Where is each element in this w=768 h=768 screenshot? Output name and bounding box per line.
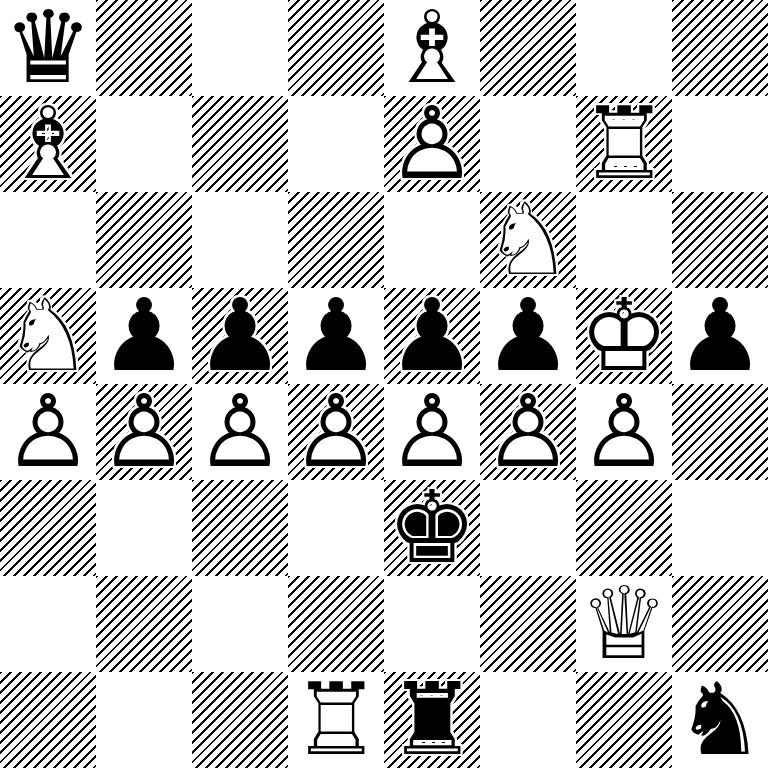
board-wrapper: ♛♛♝♗♝♗♟♙♜♖♞♘♞♘♟♟♟♟♟♟♟♟♟♟♚♔♟♟♟♙♟♙♟♙♟♙♟♙♟♙… (0, 0, 768, 768)
square-a3[interactable] (0, 480, 96, 576)
white-pawn-piece: ♙ (192, 384, 288, 480)
square-d6[interactable] (288, 192, 384, 288)
white-bishop-piece: ♗ (384, 0, 480, 96)
square-g6[interactable] (576, 192, 672, 288)
square-e3[interactable]: ♚♚ (384, 480, 480, 576)
square-b2[interactable] (96, 576, 192, 672)
square-h1[interactable]: ♞♞ (672, 672, 768, 768)
black-rook-piece: ♜ (384, 672, 480, 768)
white-pawn-backing: ♟ (384, 384, 480, 480)
white-pawn-backing: ♟ (480, 384, 576, 480)
white-pawn-backing: ♟ (384, 96, 480, 192)
black-pawn-piece: ♟ (672, 288, 768, 384)
black-knight-backing: ♞ (672, 672, 768, 768)
square-d7[interactable] (288, 96, 384, 192)
square-g7[interactable]: ♜♖ (576, 96, 672, 192)
square-b1[interactable] (96, 672, 192, 768)
black-pawn-backing: ♟ (192, 288, 288, 384)
square-h6[interactable] (672, 192, 768, 288)
white-knight-piece: ♘ (480, 192, 576, 288)
square-g4[interactable]: ♟♙ (576, 384, 672, 480)
black-queen-backing: ♛ (0, 0, 96, 96)
white-rook-piece: ♖ (288, 672, 384, 768)
square-b3[interactable] (96, 480, 192, 576)
square-g5[interactable]: ♚♔ (576, 288, 672, 384)
square-c4[interactable]: ♟♙ (192, 384, 288, 480)
white-bishop-piece: ♗ (0, 96, 96, 192)
square-e7[interactable]: ♟♙ (384, 96, 480, 192)
square-f2[interactable] (480, 576, 576, 672)
square-g8[interactable] (576, 0, 672, 96)
square-a4[interactable]: ♟♙ (0, 384, 96, 480)
white-bishop-backing: ♝ (384, 0, 480, 96)
square-h4[interactable] (672, 384, 768, 480)
square-f3[interactable] (480, 480, 576, 576)
square-c5[interactable]: ♟♟ (192, 288, 288, 384)
black-pawn-piece: ♟ (288, 288, 384, 384)
square-f1[interactable] (480, 672, 576, 768)
black-queen-piece: ♛ (0, 0, 96, 96)
square-b5[interactable]: ♟♟ (96, 288, 192, 384)
white-queen-backing: ♛ (576, 576, 672, 672)
white-pawn-piece: ♙ (96, 384, 192, 480)
square-d1[interactable]: ♜♖ (288, 672, 384, 768)
square-d2[interactable] (288, 576, 384, 672)
square-b8[interactable] (96, 0, 192, 96)
black-king-piece: ♚ (384, 480, 480, 576)
square-b4[interactable]: ♟♙ (96, 384, 192, 480)
square-a8[interactable]: ♛♛ (0, 0, 96, 96)
black-king-backing: ♚ (384, 480, 480, 576)
white-pawn-backing: ♟ (576, 384, 672, 480)
square-c7[interactable] (192, 96, 288, 192)
black-rook-backing: ♜ (384, 672, 480, 768)
black-pawn-piece: ♟ (384, 288, 480, 384)
white-knight-piece: ♘ (0, 288, 96, 384)
square-a6[interactable] (0, 192, 96, 288)
square-f5[interactable]: ♟♟ (480, 288, 576, 384)
square-e1[interactable]: ♜♜ (384, 672, 480, 768)
white-pawn-backing: ♟ (192, 384, 288, 480)
white-pawn-backing: ♟ (0, 384, 96, 480)
chess-board: ♛♛♝♗♝♗♟♙♜♖♞♘♞♘♟♟♟♟♟♟♟♟♟♟♚♔♟♟♟♙♟♙♟♙♟♙♟♙♟♙… (0, 0, 768, 768)
square-e5[interactable]: ♟♟ (384, 288, 480, 384)
square-e8[interactable]: ♝♗ (384, 0, 480, 96)
square-g3[interactable] (576, 480, 672, 576)
square-a2[interactable] (0, 576, 96, 672)
square-h5[interactable]: ♟♟ (672, 288, 768, 384)
black-pawn-backing: ♟ (288, 288, 384, 384)
square-f6[interactable]: ♞♘ (480, 192, 576, 288)
square-a5[interactable]: ♞♘ (0, 288, 96, 384)
white-pawn-backing: ♟ (288, 384, 384, 480)
black-knight-piece: ♞ (672, 672, 768, 768)
square-h3[interactable] (672, 480, 768, 576)
square-a1[interactable] (0, 672, 96, 768)
white-king-backing: ♚ (576, 288, 672, 384)
white-rook-piece: ♖ (576, 96, 672, 192)
square-f4[interactable]: ♟♙ (480, 384, 576, 480)
black-pawn-backing: ♟ (96, 288, 192, 384)
square-d8[interactable] (288, 0, 384, 96)
square-c2[interactable] (192, 576, 288, 672)
white-pawn-piece: ♙ (384, 384, 480, 480)
square-c6[interactable] (192, 192, 288, 288)
square-a7[interactable]: ♝♗ (0, 96, 96, 192)
square-c8[interactable] (192, 0, 288, 96)
square-h7[interactable] (672, 96, 768, 192)
square-f7[interactable] (480, 96, 576, 192)
square-g2[interactable]: ♛♕ (576, 576, 672, 672)
square-g1[interactable] (576, 672, 672, 768)
black-pawn-backing: ♟ (672, 288, 768, 384)
square-e4[interactable]: ♟♙ (384, 384, 480, 480)
black-pawn-piece: ♟ (192, 288, 288, 384)
white-knight-backing: ♞ (0, 288, 96, 384)
square-c1[interactable] (192, 672, 288, 768)
white-pawn-piece: ♙ (288, 384, 384, 480)
square-b6[interactable] (96, 192, 192, 288)
white-bishop-backing: ♝ (0, 96, 96, 192)
white-pawn-backing: ♟ (96, 384, 192, 480)
square-f8[interactable] (480, 0, 576, 96)
white-queen-piece: ♕ (576, 576, 672, 672)
white-pawn-piece: ♙ (480, 384, 576, 480)
white-pawn-piece: ♙ (0, 384, 96, 480)
square-d3[interactable] (288, 480, 384, 576)
white-pawn-piece: ♙ (576, 384, 672, 480)
square-h2[interactable] (672, 576, 768, 672)
white-knight-backing: ♞ (480, 192, 576, 288)
white-pawn-piece: ♙ (384, 96, 480, 192)
white-rook-backing: ♜ (288, 672, 384, 768)
square-d5[interactable]: ♟♟ (288, 288, 384, 384)
square-e2[interactable] (384, 576, 480, 672)
white-king-piece: ♔ (576, 288, 672, 384)
square-d4[interactable]: ♟♙ (288, 384, 384, 480)
square-b7[interactable] (96, 96, 192, 192)
square-c3[interactable] (192, 480, 288, 576)
square-h8[interactable] (672, 0, 768, 96)
black-pawn-backing: ♟ (480, 288, 576, 384)
black-pawn-piece: ♟ (480, 288, 576, 384)
white-rook-backing: ♜ (576, 96, 672, 192)
square-e6[interactable] (384, 192, 480, 288)
black-pawn-backing: ♟ (384, 288, 480, 384)
black-pawn-piece: ♟ (96, 288, 192, 384)
